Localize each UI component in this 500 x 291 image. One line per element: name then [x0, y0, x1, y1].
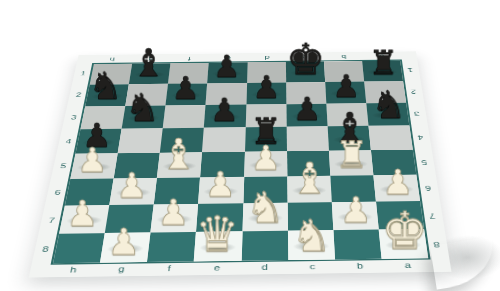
piece-wN-c8[interactable]: ♞ [291, 213, 331, 257]
square-h7[interactable]: ♟ [59, 205, 109, 234]
file-label-top-a: a [363, 53, 402, 60]
file-label-top-d: d [247, 54, 286, 61]
square-g8[interactable]: ♟ [100, 232, 151, 262]
file-label-bottom-b: b [336, 261, 384, 271]
file-label-top-h: h [92, 56, 132, 63]
square-d2[interactable]: ♟ [246, 83, 286, 105]
square-f8[interactable] [147, 232, 196, 262]
square-g4[interactable] [118, 129, 163, 154]
piece-wR-b5[interactable]: ♜ [335, 137, 368, 174]
piece-wP-g8[interactable]: ♟ [108, 223, 141, 260]
chess-board: ♝♟♚♜♞♟♟♟♞♟♟♞♟♜♝♟♝♟♜♟♟♝♟♟♟♞♟♟♛♞♚ [51, 60, 431, 265]
file-label-bottom-c: c [289, 262, 337, 272]
square-a3[interactable]: ♞ [366, 103, 409, 126]
piece-wP-a6[interactable]: ♟ [382, 165, 413, 200]
rank-label-right-1: 1 [403, 59, 418, 80]
file-label-bottom-d: d [241, 262, 289, 272]
square-c8[interactable]: ♞ [288, 230, 335, 260]
file-label-bottom-e: e [193, 263, 241, 273]
file-label-top-g: g [131, 55, 171, 62]
square-c4[interactable] [286, 127, 328, 151]
piece-bB-g1[interactable]: ♝ [132, 45, 166, 83]
square-d8[interactable] [241, 231, 288, 261]
piece-bP-f2[interactable]: ♟ [172, 72, 200, 103]
piece-wB-c6[interactable]: ♝ [290, 157, 329, 200]
square-g6[interactable]: ♟ [109, 178, 157, 205]
square-c3[interactable]: ♟ [286, 104, 327, 127]
square-b2[interactable]: ♟ [325, 82, 366, 104]
board-scene: hgfedcba hgfedcba 12345678 12345678 ♝♟♚♜… [0, 0, 500, 291]
piece-wK-a8[interactable]: ♚ [381, 204, 428, 256]
square-b5[interactable]: ♜ [329, 150, 374, 176]
piece-wP-g6[interactable]: ♟ [116, 168, 147, 203]
square-h2[interactable]: ♞ [85, 84, 129, 106]
piece-bN-h2[interactable]: ♞ [89, 67, 123, 105]
piece-wN-d7[interactable]: ♞ [245, 186, 284, 229]
square-d5[interactable]: ♟ [244, 151, 287, 177]
vinyl-mat: hgfedcba hgfedcba 12345678 12345678 ♝♟♚♜… [29, 51, 452, 277]
square-a1[interactable]: ♜ [362, 61, 403, 82]
file-label-top-b: b [324, 53, 363, 60]
square-f3[interactable] [163, 105, 206, 128]
square-e4[interactable] [202, 128, 245, 152]
square-e1[interactable]: ♟ [207, 62, 247, 83]
square-e6[interactable]: ♟ [198, 177, 243, 204]
square-b7[interactable]: ♟ [332, 202, 379, 230]
piece-wQ-e8[interactable]: ♛ [196, 210, 240, 259]
square-h5[interactable]: ♟ [70, 153, 117, 179]
piece-wP-f7[interactable]: ♟ [158, 194, 190, 230]
piece-wP-b7[interactable]: ♟ [340, 192, 372, 228]
piece-wB-f5[interactable]: ♝ [160, 134, 198, 176]
rank-label-right-5: 5 [416, 149, 433, 175]
piece-bP-e3[interactable]: ♟ [210, 94, 239, 126]
piece-wP-e6[interactable]: ♟ [205, 167, 236, 202]
piece-bN-g3[interactable]: ♞ [125, 88, 160, 127]
file-label-bottom-a: a [383, 260, 432, 270]
rank-label-right-3: 3 [409, 102, 425, 125]
square-h8[interactable] [53, 233, 105, 263]
piece-wP-h7[interactable]: ♟ [66, 196, 98, 232]
piece-wP-h5[interactable]: ♟ [77, 143, 107, 177]
piece-wP-d5[interactable]: ♟ [250, 141, 280, 175]
square-a4[interactable] [368, 126, 412, 150]
square-f7[interactable]: ♟ [151, 204, 199, 233]
file-label-bottom-f: f [145, 264, 194, 274]
square-a8[interactable]: ♚ [379, 229, 429, 259]
file-label-top-c: c [286, 54, 325, 61]
file-label-top-e: e [209, 55, 248, 62]
rank-label-right-4: 4 [412, 125, 428, 149]
piece-bN-a3[interactable]: ♞ [371, 85, 406, 124]
piece-bP-b2[interactable]: ♟ [332, 71, 360, 102]
square-c1[interactable]: ♚ [286, 61, 325, 82]
square-a6[interactable]: ♟ [373, 175, 420, 202]
piece-bP-d2[interactable]: ♟ [252, 72, 280, 103]
file-label-bottom-g: g [97, 264, 146, 274]
rank-label-right-6: 6 [419, 175, 437, 202]
square-e3[interactable]: ♟ [204, 105, 246, 128]
square-b8[interactable] [333, 229, 381, 259]
file-label-top-f: f [170, 55, 209, 62]
square-c6[interactable]: ♝ [287, 176, 332, 203]
piece-bR-a1[interactable]: ♜ [368, 47, 398, 80]
rank-label-right-2: 2 [406, 80, 421, 102]
square-g1[interactable]: ♝ [129, 63, 171, 84]
square-g3[interactable]: ♞ [122, 106, 166, 129]
piece-bP-c3[interactable]: ♟ [292, 93, 321, 125]
square-e8[interactable]: ♛ [194, 231, 242, 261]
square-f5[interactable]: ♝ [157, 152, 202, 178]
square-d7[interactable]: ♞ [242, 203, 288, 232]
square-f2[interactable]: ♟ [166, 83, 208, 105]
file-label-bottom-h: h [48, 265, 98, 275]
